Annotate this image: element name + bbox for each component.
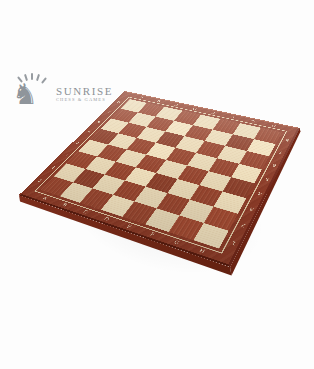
rank-label-7: 7 (273, 145, 289, 160)
brand-name: SUNRISE (56, 85, 113, 97)
rank-label-8: 8 (280, 133, 295, 147)
knight-icon: ♞ (12, 80, 38, 109)
sun-ray-icon (41, 77, 47, 84)
product-photo: ♞ SUNRISE CHESS & GAMES ABCDEFGH ABCDEFG… (0, 0, 314, 369)
sunrise-knight-logo-icon: ♞ (12, 78, 52, 110)
